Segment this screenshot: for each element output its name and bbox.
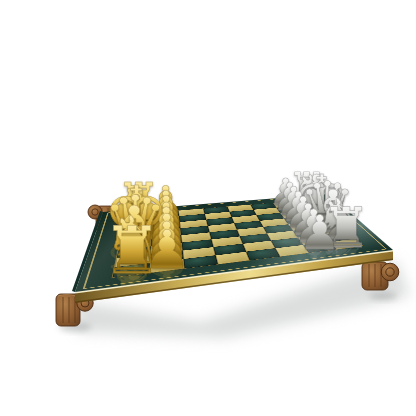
chess-set-photo: ♜♟♞♟♝♟♟♜♚♟♟♞♛♟♟♝♝♟♟♚♞♟♟♛♜♟♟♝♟♞♟♜ ♜♟♞♟♝♟♟…	[0, 0, 416, 416]
